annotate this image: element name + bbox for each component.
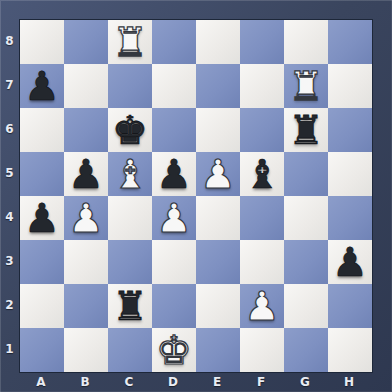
- file-label-g: G: [283, 371, 327, 392]
- square-a1[interactable]: [20, 328, 64, 372]
- file-labels: ABCDEFGH: [19, 371, 371, 392]
- square-g1[interactable]: [284, 328, 328, 372]
- square-g4[interactable]: [284, 196, 328, 240]
- square-a2[interactable]: [20, 284, 64, 328]
- square-e8[interactable]: [196, 20, 240, 64]
- piece-white-king: ♚: [156, 328, 192, 372]
- square-h4[interactable]: [328, 196, 372, 240]
- piece-white-pawn: ♟: [244, 284, 280, 328]
- square-d2[interactable]: [152, 284, 196, 328]
- square-e4[interactable]: [196, 196, 240, 240]
- square-f6[interactable]: [240, 108, 284, 152]
- square-d5[interactable]: ♟: [152, 152, 196, 196]
- piece-black-bishop: ♝: [244, 152, 280, 196]
- square-f2[interactable]: ♟: [240, 284, 284, 328]
- file-label-d: D: [151, 371, 195, 392]
- piece-white-rook: ♜: [112, 20, 148, 64]
- file-label-h: H: [327, 371, 371, 392]
- square-d4[interactable]: ♟: [152, 196, 196, 240]
- rank-label-3: 3: [0, 239, 19, 283]
- square-e7[interactable]: [196, 64, 240, 108]
- square-a4[interactable]: ♟: [20, 196, 64, 240]
- rank-label-7: 7: [0, 63, 19, 107]
- square-g2[interactable]: [284, 284, 328, 328]
- file-label-b: B: [63, 371, 107, 392]
- piece-white-pawn: ♟: [156, 196, 192, 240]
- square-g8[interactable]: [284, 20, 328, 64]
- square-h2[interactable]: [328, 284, 372, 328]
- chess-board: ♜♟♜♚♜♟♝♟♟♝♟♟♟♟♜♟♚: [19, 19, 373, 373]
- square-f8[interactable]: [240, 20, 284, 64]
- piece-black-rook: ♜: [288, 108, 324, 152]
- square-c3[interactable]: [108, 240, 152, 284]
- square-c6[interactable]: ♚: [108, 108, 152, 152]
- square-d1[interactable]: ♚: [152, 328, 196, 372]
- square-d8[interactable]: [152, 20, 196, 64]
- square-b2[interactable]: [64, 284, 108, 328]
- square-b6[interactable]: [64, 108, 108, 152]
- square-h5[interactable]: [328, 152, 372, 196]
- square-b1[interactable]: [64, 328, 108, 372]
- square-g7[interactable]: ♜: [284, 64, 328, 108]
- square-d6[interactable]: [152, 108, 196, 152]
- square-a8[interactable]: [20, 20, 64, 64]
- square-b5[interactable]: ♟: [64, 152, 108, 196]
- rank-label-1: 1: [0, 327, 19, 371]
- rank-labels: 87654321: [0, 19, 19, 371]
- piece-black-pawn: ♟: [156, 152, 192, 196]
- piece-white-rook: ♜: [288, 64, 324, 108]
- square-e2[interactable]: [196, 284, 240, 328]
- square-c2[interactable]: ♜: [108, 284, 152, 328]
- square-f7[interactable]: [240, 64, 284, 108]
- square-c5[interactable]: ♝: [108, 152, 152, 196]
- piece-black-pawn: ♟: [24, 196, 60, 240]
- square-e3[interactable]: [196, 240, 240, 284]
- piece-white-pawn: ♟: [68, 196, 104, 240]
- square-a6[interactable]: [20, 108, 64, 152]
- square-e1[interactable]: [196, 328, 240, 372]
- square-h8[interactable]: [328, 20, 372, 64]
- square-a7[interactable]: ♟: [20, 64, 64, 108]
- square-g6[interactable]: ♜: [284, 108, 328, 152]
- piece-black-king: ♚: [112, 108, 148, 152]
- file-label-e: E: [195, 371, 239, 392]
- square-b3[interactable]: [64, 240, 108, 284]
- square-h7[interactable]: [328, 64, 372, 108]
- rank-label-5: 5: [0, 151, 19, 195]
- square-e6[interactable]: [196, 108, 240, 152]
- square-f4[interactable]: [240, 196, 284, 240]
- square-e5[interactable]: ♟: [196, 152, 240, 196]
- piece-black-pawn: ♟: [332, 240, 368, 284]
- square-g5[interactable]: [284, 152, 328, 196]
- square-h6[interactable]: [328, 108, 372, 152]
- square-f3[interactable]: [240, 240, 284, 284]
- square-g3[interactable]: [284, 240, 328, 284]
- chess-diagram: 87654321 ♜♟♜♚♜♟♝♟♟♝♟♟♟♟♜♟♚ ABCDEFGH: [0, 0, 392, 392]
- square-c7[interactable]: [108, 64, 152, 108]
- file-label-c: C: [107, 371, 151, 392]
- square-c8[interactable]: ♜: [108, 20, 152, 64]
- square-d3[interactable]: [152, 240, 196, 284]
- square-a5[interactable]: [20, 152, 64, 196]
- file-label-f: F: [239, 371, 283, 392]
- square-f1[interactable]: [240, 328, 284, 372]
- square-c4[interactable]: [108, 196, 152, 240]
- rank-label-6: 6: [0, 107, 19, 151]
- piece-black-pawn: ♟: [68, 152, 104, 196]
- square-h3[interactable]: ♟: [328, 240, 372, 284]
- piece-black-pawn: ♟: [24, 64, 60, 108]
- square-h1[interactable]: [328, 328, 372, 372]
- piece-white-bishop: ♝: [112, 152, 148, 196]
- square-c1[interactable]: [108, 328, 152, 372]
- piece-white-pawn: ♟: [200, 152, 236, 196]
- file-label-a: A: [19, 371, 63, 392]
- square-b4[interactable]: ♟: [64, 196, 108, 240]
- rank-label-8: 8: [0, 19, 19, 63]
- square-d7[interactable]: [152, 64, 196, 108]
- piece-black-rook: ♜: [112, 284, 148, 328]
- square-a3[interactable]: [20, 240, 64, 284]
- rank-label-4: 4: [0, 195, 19, 239]
- square-b8[interactable]: [64, 20, 108, 64]
- square-f5[interactable]: ♝: [240, 152, 284, 196]
- square-b7[interactable]: [64, 64, 108, 108]
- rank-label-2: 2: [0, 283, 19, 327]
